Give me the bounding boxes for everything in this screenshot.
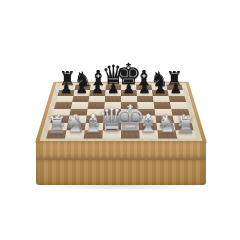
square-c3 xyxy=(86,116,104,123)
square-g3 xyxy=(155,116,174,123)
square-d4 xyxy=(104,109,121,116)
square-d3 xyxy=(103,116,121,123)
square-h1 xyxy=(175,130,195,138)
chess-set-photo: ♜♞♝♛♚♝♞♜♟♟♟♟♟♟♟♟♟♟♟♟♟♟♟♟♜♞♝♛♚♝♞♜ xyxy=(0,0,240,240)
square-c1 xyxy=(84,130,103,138)
square-a4 xyxy=(52,109,71,116)
square-b1 xyxy=(65,130,85,138)
square-h3 xyxy=(173,116,192,123)
square-c2 xyxy=(85,123,104,131)
square-g1 xyxy=(157,130,177,138)
box-lid-side xyxy=(36,141,206,158)
square-e4 xyxy=(121,109,138,116)
board-squares xyxy=(46,85,196,139)
square-f2 xyxy=(139,123,158,131)
square-f3 xyxy=(138,116,156,123)
square-a2 xyxy=(48,123,68,131)
square-g4 xyxy=(154,109,172,116)
square-f4 xyxy=(138,109,156,116)
square-a3 xyxy=(50,116,69,123)
square-d1 xyxy=(102,130,121,138)
square-c4 xyxy=(87,109,105,116)
square-f1 xyxy=(139,130,158,138)
square-b3 xyxy=(68,116,87,123)
square-h4 xyxy=(171,109,190,116)
square-h2 xyxy=(174,123,194,131)
square-g2 xyxy=(156,123,175,131)
square-b4 xyxy=(69,109,87,116)
square-e2 xyxy=(121,123,139,131)
square-a1 xyxy=(46,130,66,138)
box-base xyxy=(36,160,206,185)
square-b2 xyxy=(67,123,86,131)
square-e3 xyxy=(121,116,139,123)
chess-board xyxy=(35,82,207,143)
board-border xyxy=(40,83,203,141)
board-frame xyxy=(35,82,207,143)
square-e1 xyxy=(121,130,140,138)
square-d2 xyxy=(103,123,121,131)
wooden-storage-box xyxy=(36,141,206,185)
